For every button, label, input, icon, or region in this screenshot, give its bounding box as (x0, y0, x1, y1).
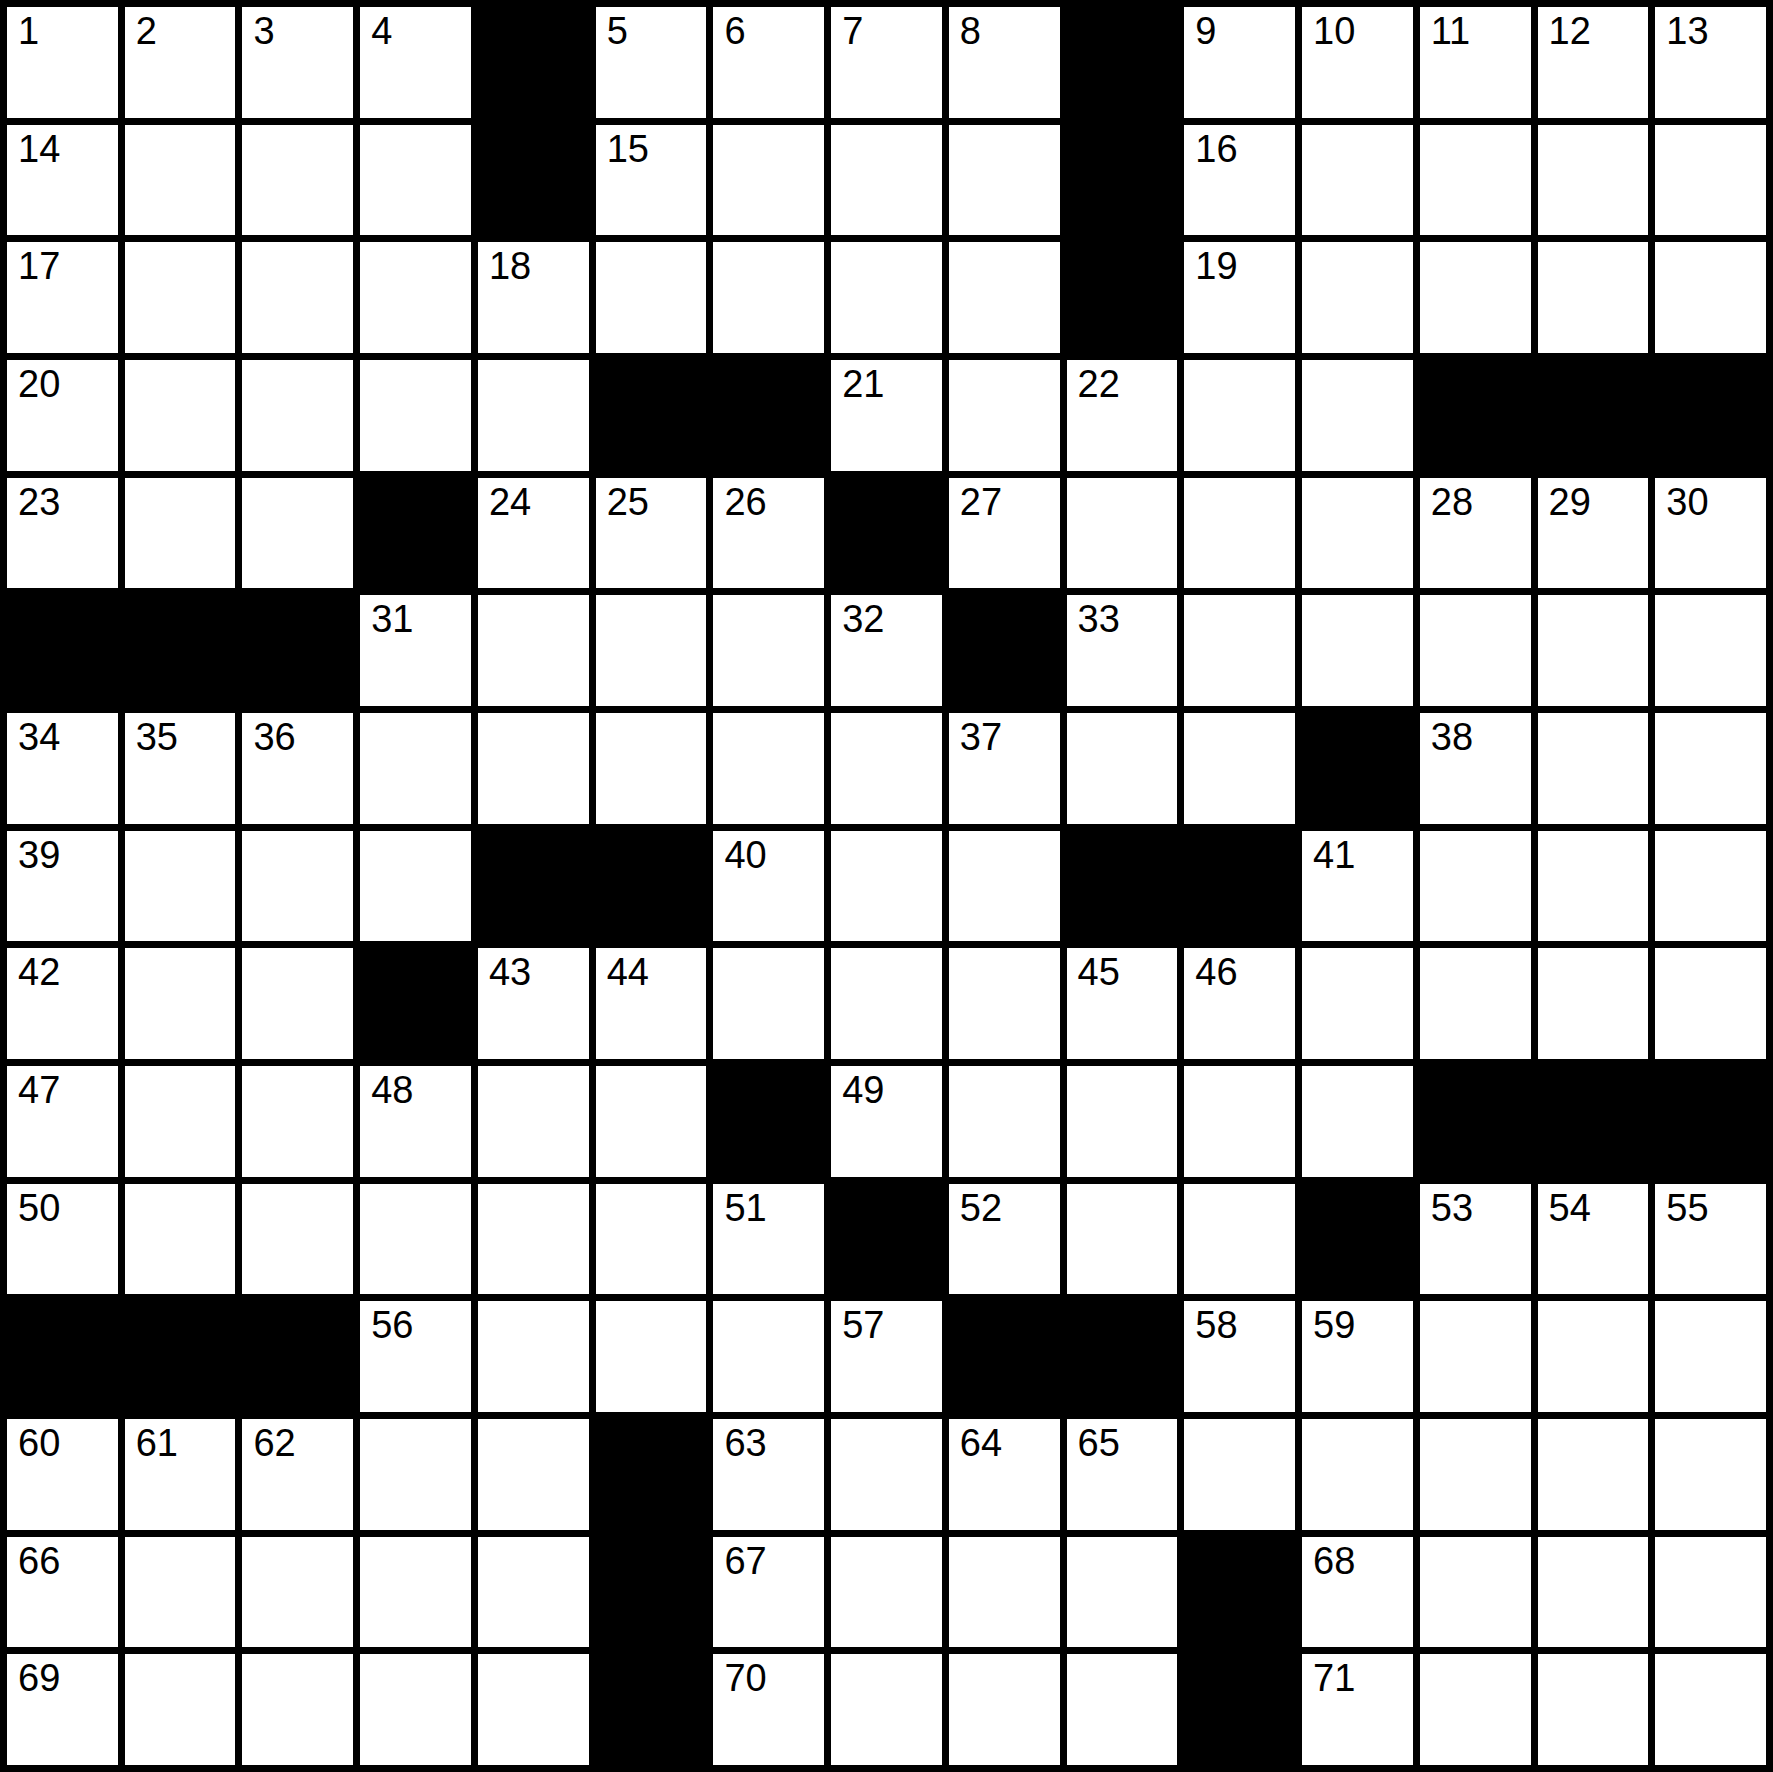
clue-number: 51 (724, 1189, 766, 1227)
grid-cell[interactable] (1184, 1184, 1295, 1295)
clue-number: 25 (607, 483, 649, 521)
grid-cell[interactable]: 64 (949, 1419, 1060, 1530)
clue-number: 59 (1313, 1306, 1355, 1344)
grid-cell[interactable] (713, 713, 824, 824)
grid-cell[interactable] (949, 1654, 1060, 1765)
grid-cell[interactable]: 34 (7, 713, 118, 824)
grid-cell[interactable] (1655, 595, 1766, 706)
black-square (1067, 125, 1178, 236)
grid-cell[interactable] (1302, 1419, 1413, 1530)
clue-number: 49 (842, 1071, 884, 1109)
black-square (7, 1301, 118, 1412)
grid-cell[interactable] (949, 242, 1060, 353)
grid-cell[interactable] (713, 125, 824, 236)
grid-cell[interactable] (596, 595, 707, 706)
grid-cell[interactable] (242, 1184, 353, 1295)
grid-cell[interactable] (125, 242, 236, 353)
black-square (713, 360, 824, 471)
grid-cell[interactable] (125, 1066, 236, 1177)
clue-number: 60 (18, 1424, 60, 1462)
grid-cell[interactable] (1420, 242, 1531, 353)
grid-cell[interactable] (1538, 948, 1649, 1059)
grid-cell[interactable] (478, 1184, 589, 1295)
clue-number: 8 (960, 12, 981, 50)
grid-cell[interactable]: 22 (1067, 360, 1178, 471)
clue-number: 55 (1666, 1189, 1708, 1227)
clue-number: 13 (1666, 12, 1708, 50)
grid-cell[interactable]: 18 (478, 242, 589, 353)
black-square (7, 595, 118, 706)
clue-number: 50 (18, 1189, 60, 1227)
grid-cell[interactable] (713, 242, 824, 353)
grid-cell[interactable] (1655, 1301, 1766, 1412)
grid-cell[interactable] (1184, 713, 1295, 824)
grid-cell[interactable] (360, 713, 471, 824)
grid-cell[interactable] (360, 125, 471, 236)
grid-cell[interactable] (713, 948, 824, 1059)
grid-cell[interactable] (478, 1301, 589, 1412)
clue-number: 48 (371, 1071, 413, 1109)
grid-cell[interactable] (125, 478, 236, 589)
grid-cell[interactable] (1655, 1419, 1766, 1530)
grid-cell[interactable]: 71 (1302, 1654, 1413, 1765)
grid-cell[interactable] (478, 1419, 589, 1530)
black-square (1420, 360, 1531, 471)
clue-number: 34 (18, 718, 60, 756)
grid-cell[interactable] (1420, 125, 1531, 236)
clue-number: 11 (1431, 12, 1470, 50)
clue-number: 30 (1666, 483, 1708, 521)
grid-cell[interactable]: 7 (831, 7, 942, 118)
grid-cell[interactable] (1302, 478, 1413, 589)
grid-cell[interactable] (1302, 360, 1413, 471)
grid-cell[interactable]: 20 (7, 360, 118, 471)
grid-cell[interactable]: 56 (360, 1301, 471, 1412)
grid-cell[interactable] (1655, 713, 1766, 824)
grid-cell[interactable] (360, 1654, 471, 1765)
grid-cell[interactable] (360, 360, 471, 471)
grid-cell[interactable] (1067, 478, 1178, 589)
grid-cell[interactable] (1538, 1419, 1649, 1530)
grid-cell[interactable] (242, 478, 353, 589)
grid-cell[interactable]: 68 (1302, 1537, 1413, 1648)
grid-cell[interactable] (1538, 1301, 1649, 1412)
black-square (1655, 360, 1766, 471)
black-square (478, 7, 589, 118)
grid-cell[interactable]: 35 (125, 713, 236, 824)
black-square (1538, 1066, 1649, 1177)
clue-number: 70 (724, 1659, 766, 1697)
grid-cell[interactable] (125, 1184, 236, 1295)
grid-cell[interactable]: 53 (1420, 1184, 1531, 1295)
black-square (1420, 1066, 1531, 1177)
grid-cell[interactable] (831, 1654, 942, 1765)
clue-number: 6 (724, 12, 745, 50)
grid-cell[interactable] (1184, 360, 1295, 471)
grid-cell[interactable]: 30 (1655, 478, 1766, 589)
grid-cell[interactable]: 26 (713, 478, 824, 589)
black-square (1067, 7, 1178, 118)
grid-cell[interactable]: 1 (7, 7, 118, 118)
clue-number: 37 (960, 718, 1002, 756)
clue-number: 58 (1195, 1306, 1237, 1344)
grid-cell[interactable]: 14 (7, 125, 118, 236)
grid-cell[interactable] (596, 1184, 707, 1295)
grid-cell[interactable]: 52 (949, 1184, 1060, 1295)
clue-number: 23 (18, 483, 60, 521)
grid-cell[interactable]: 41 (1302, 831, 1413, 942)
clue-number: 63 (724, 1424, 766, 1462)
grid-cell[interactable] (1420, 831, 1531, 942)
clue-number: 43 (489, 953, 531, 991)
black-square (596, 360, 707, 471)
black-square (242, 595, 353, 706)
grid-cell[interactable] (1420, 1301, 1531, 1412)
grid-cell[interactable] (1420, 1654, 1531, 1765)
grid-cell[interactable] (1184, 595, 1295, 706)
grid-cell[interactable] (242, 948, 353, 1059)
grid-cell[interactable] (1420, 595, 1531, 706)
black-square (1184, 1654, 1295, 1765)
grid-cell[interactable]: 32 (831, 595, 942, 706)
grid-cell[interactable] (1067, 1537, 1178, 1648)
grid-cell[interactable]: 51 (713, 1184, 824, 1295)
grid-cell[interactable] (949, 948, 1060, 1059)
clue-number: 22 (1078, 365, 1120, 403)
grid-cell[interactable] (949, 1066, 1060, 1177)
grid-cell[interactable] (478, 595, 589, 706)
clue-number: 61 (136, 1424, 178, 1462)
grid-cell[interactable] (831, 125, 942, 236)
grid-cell[interactable]: 28 (1420, 478, 1531, 589)
grid-cell[interactable]: 6 (713, 7, 824, 118)
clue-number: 24 (489, 483, 531, 521)
clue-number: 14 (18, 130, 60, 168)
clue-number: 57 (842, 1306, 884, 1344)
crossword-grid: 1234567891011121314151617181920212223242… (0, 0, 1773, 1772)
grid-cell[interactable] (360, 1184, 471, 1295)
grid-cell[interactable] (1538, 125, 1649, 236)
grid-cell[interactable] (1420, 948, 1531, 1059)
grid-cell[interactable]: 21 (831, 360, 942, 471)
clue-number: 29 (1549, 483, 1591, 521)
clue-number: 28 (1431, 483, 1473, 521)
grid-cell[interactable]: 15 (596, 125, 707, 236)
clue-number: 19 (1195, 247, 1237, 285)
grid-cell[interactable] (1655, 1654, 1766, 1765)
grid-cell[interactable]: 57 (831, 1301, 942, 1412)
black-square (596, 1537, 707, 1648)
grid-cell[interactable] (1302, 242, 1413, 353)
grid-cell[interactable] (478, 360, 589, 471)
grid-cell[interactable]: 19 (1184, 242, 1295, 353)
grid-cell[interactable]: 29 (1538, 478, 1649, 589)
grid-cell[interactable] (1302, 125, 1413, 236)
grid-cell[interactable]: 46 (1184, 948, 1295, 1059)
grid-cell[interactable] (1184, 1066, 1295, 1177)
black-square (596, 831, 707, 942)
grid-cell[interactable] (1420, 1419, 1531, 1530)
clue-number: 64 (960, 1424, 1002, 1462)
grid-cell[interactable] (1538, 713, 1649, 824)
black-square (478, 125, 589, 236)
clue-number: 12 (1549, 12, 1591, 50)
grid-cell[interactable]: 63 (713, 1419, 824, 1530)
grid-cell[interactable] (1184, 1419, 1295, 1530)
grid-cell[interactable]: 67 (713, 1537, 824, 1648)
grid-cell[interactable]: 39 (7, 831, 118, 942)
grid-cell[interactable] (1538, 595, 1649, 706)
grid-cell[interactable] (125, 1654, 236, 1765)
grid-cell[interactable] (596, 1066, 707, 1177)
grid-cell[interactable]: 36 (242, 713, 353, 824)
grid-cell[interactable] (949, 1537, 1060, 1648)
grid-cell[interactable]: 13 (1655, 7, 1766, 118)
grid-cell[interactable] (1655, 1537, 1766, 1648)
grid-cell[interactable] (478, 1066, 589, 1177)
grid-cell[interactable] (831, 1537, 942, 1648)
grid-cell[interactable] (1538, 242, 1649, 353)
grid-cell[interactable] (1538, 831, 1649, 942)
grid-cell[interactable] (1302, 595, 1413, 706)
grid-cell[interactable] (1538, 1537, 1649, 1648)
grid-cell[interactable] (1067, 713, 1178, 824)
black-square (1302, 713, 1413, 824)
clue-number: 68 (1313, 1542, 1355, 1580)
clue-number: 38 (1431, 718, 1473, 756)
grid-cell[interactable] (831, 713, 942, 824)
grid-cell[interactable] (949, 360, 1060, 471)
grid-cell[interactable] (360, 831, 471, 942)
clue-number: 71 (1313, 1659, 1355, 1697)
clue-number: 33 (1078, 600, 1120, 638)
grid-cell[interactable]: 65 (1067, 1419, 1178, 1530)
grid-cell[interactable]: 55 (1655, 1184, 1766, 1295)
grid-cell[interactable]: 40 (713, 831, 824, 942)
black-square (478, 831, 589, 942)
black-square (360, 948, 471, 1059)
grid-cell[interactable]: 11 (1420, 7, 1531, 118)
grid-cell[interactable]: 59 (1302, 1301, 1413, 1412)
clue-number: 17 (18, 247, 60, 285)
clue-number: 67 (724, 1542, 766, 1580)
black-square (1538, 360, 1649, 471)
grid-cell[interactable] (1655, 948, 1766, 1059)
black-square (1067, 831, 1178, 942)
grid-cell[interactable]: 4 (360, 7, 471, 118)
grid-cell[interactable]: 43 (478, 948, 589, 1059)
grid-cell[interactable]: 2 (125, 7, 236, 118)
grid-cell[interactable] (242, 1537, 353, 1648)
grid-cell[interactable] (1655, 125, 1766, 236)
grid-cell[interactable] (1302, 948, 1413, 1059)
grid-cell[interactable] (1067, 1184, 1178, 1295)
black-square (831, 1184, 942, 1295)
grid-cell[interactable] (125, 360, 236, 471)
grid-cell[interactable] (1655, 242, 1766, 353)
black-square (1067, 242, 1178, 353)
clue-number: 54 (1549, 1189, 1591, 1227)
clue-number: 62 (253, 1424, 295, 1462)
black-square (596, 1654, 707, 1765)
black-square (1184, 1537, 1295, 1648)
grid-cell[interactable]: 48 (360, 1066, 471, 1177)
grid-cell[interactable]: 42 (7, 948, 118, 1059)
clue-number: 9 (1195, 12, 1216, 50)
grid-cell[interactable] (478, 713, 589, 824)
black-square (360, 478, 471, 589)
grid-cell[interactable]: 50 (7, 1184, 118, 1295)
clue-number: 66 (18, 1542, 60, 1580)
black-square (713, 1066, 824, 1177)
grid-cell[interactable] (125, 948, 236, 1059)
clue-number: 40 (724, 836, 766, 874)
clue-number: 32 (842, 600, 884, 638)
clue-number: 47 (18, 1071, 60, 1109)
grid-cell[interactable]: 10 (1302, 7, 1413, 118)
clue-number: 4 (371, 12, 392, 50)
grid-cell[interactable]: 54 (1538, 1184, 1649, 1295)
grid-cell[interactable]: 62 (242, 1419, 353, 1530)
grid-cell[interactable]: 69 (7, 1654, 118, 1765)
grid-cell[interactable]: 44 (596, 948, 707, 1059)
black-square (1302, 1184, 1413, 1295)
grid-cell[interactable]: 58 (1184, 1301, 1295, 1412)
clue-number: 65 (1078, 1424, 1120, 1462)
grid-cell[interactable]: 5 (596, 7, 707, 118)
grid-cell[interactable]: 38 (1420, 713, 1531, 824)
grid-cell[interactable] (831, 1419, 942, 1530)
grid-cell[interactable] (831, 948, 942, 1059)
grid-cell[interactable]: 24 (478, 478, 589, 589)
grid-cell[interactable]: 31 (360, 595, 471, 706)
black-square (125, 1301, 236, 1412)
clue-number: 3 (253, 12, 274, 50)
clue-number: 53 (1431, 1189, 1473, 1227)
grid-cell[interactable]: 60 (7, 1419, 118, 1530)
grid-cell[interactable] (949, 125, 1060, 236)
grid-cell[interactable] (242, 1066, 353, 1177)
grid-cell[interactable]: 66 (7, 1537, 118, 1648)
grid-cell[interactable] (1067, 1066, 1178, 1177)
grid-cell[interactable] (125, 125, 236, 236)
grid-cell[interactable]: 17 (7, 242, 118, 353)
clue-number: 18 (489, 247, 531, 285)
clue-number: 44 (607, 953, 649, 991)
grid-cell[interactable]: 9 (1184, 7, 1295, 118)
black-square (242, 1301, 353, 1412)
grid-cell[interactable]: 27 (949, 478, 1060, 589)
clue-number: 39 (18, 836, 60, 874)
clue-number: 56 (371, 1306, 413, 1344)
grid-cell[interactable]: 25 (596, 478, 707, 589)
grid-cell[interactable] (125, 831, 236, 942)
grid-cell[interactable]: 47 (7, 1066, 118, 1177)
grid-cell[interactable] (242, 360, 353, 471)
clue-number: 45 (1078, 953, 1120, 991)
grid-cell[interactable] (242, 831, 353, 942)
grid-cell[interactable] (360, 242, 471, 353)
grid-cell[interactable]: 49 (831, 1066, 942, 1177)
clue-number: 1 (18, 12, 39, 50)
grid-cell[interactable]: 61 (125, 1419, 236, 1530)
grid-cell[interactable] (242, 1654, 353, 1765)
black-square (949, 595, 1060, 706)
black-square (596, 1419, 707, 1530)
grid-cell[interactable] (1538, 1654, 1649, 1765)
clue-number: 41 (1313, 836, 1355, 874)
grid-cell[interactable] (242, 242, 353, 353)
black-square (949, 1301, 1060, 1412)
grid-cell[interactable] (360, 1537, 471, 1648)
clue-number: 26 (724, 483, 766, 521)
clue-number: 15 (607, 130, 649, 168)
grid-cell[interactable] (596, 713, 707, 824)
clue-number: 46 (1195, 953, 1237, 991)
clue-number: 42 (18, 953, 60, 991)
clue-number: 31 (371, 600, 413, 638)
black-square (125, 595, 236, 706)
grid-cell[interactable]: 8 (949, 7, 1060, 118)
grid-cell[interactable] (360, 1419, 471, 1530)
grid-cell[interactable]: 37 (949, 713, 1060, 824)
clue-number: 7 (842, 12, 863, 50)
grid-cell[interactable] (596, 1301, 707, 1412)
grid-cell[interactable] (478, 1654, 589, 1765)
black-square (1655, 1066, 1766, 1177)
grid-cell[interactable]: 16 (1184, 125, 1295, 236)
grid-cell[interactable] (1655, 831, 1766, 942)
clue-number: 36 (253, 718, 295, 756)
clue-number: 20 (18, 365, 60, 403)
clue-number: 10 (1313, 12, 1355, 50)
grid-cell[interactable] (831, 242, 942, 353)
black-square (831, 478, 942, 589)
grid-cell[interactable] (1067, 1654, 1178, 1765)
grid-cell[interactable] (713, 1301, 824, 1412)
clue-number: 21 (842, 365, 884, 403)
grid-cell[interactable] (1184, 478, 1295, 589)
grid-cell[interactable] (478, 1537, 589, 1648)
clue-number: 16 (1195, 130, 1237, 168)
grid-cell[interactable] (713, 595, 824, 706)
grid-cell[interactable]: 70 (713, 1654, 824, 1765)
grid-cell[interactable] (1420, 1537, 1531, 1648)
grid-cell[interactable]: 33 (1067, 595, 1178, 706)
grid-cell[interactable] (125, 1537, 236, 1648)
grid-cell[interactable] (242, 125, 353, 236)
grid-cell[interactable] (596, 242, 707, 353)
clue-number: 35 (136, 718, 178, 756)
grid-cell[interactable]: 23 (7, 478, 118, 589)
grid-cell[interactable] (1302, 1066, 1413, 1177)
grid-cell[interactable] (949, 831, 1060, 942)
clue-number: 69 (18, 1659, 60, 1697)
grid-cell[interactable] (831, 831, 942, 942)
clue-number: 2 (136, 12, 157, 50)
grid-cell[interactable]: 3 (242, 7, 353, 118)
clue-number: 52 (960, 1189, 1002, 1227)
clue-number: 5 (607, 12, 628, 50)
black-square (1067, 1301, 1178, 1412)
grid-cell[interactable]: 45 (1067, 948, 1178, 1059)
grid-cell[interactable]: 12 (1538, 7, 1649, 118)
black-square (1184, 831, 1295, 942)
clue-number: 27 (960, 483, 1002, 521)
